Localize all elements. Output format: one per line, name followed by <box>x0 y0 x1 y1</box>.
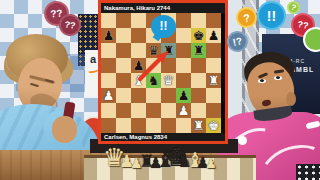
square-d4: ♞ <box>146 73 161 88</box>
brilliant-move-bubble: !! <box>151 15 176 38</box>
square-g4 <box>191 73 206 88</box>
square-e5 <box>161 58 176 73</box>
square-d1 <box>146 118 161 133</box>
overlay-scroll-strip <box>221 13 225 133</box>
square-h2 <box>206 103 221 118</box>
black-queen-d6: ♛ <box>146 43 161 58</box>
nakamura-ear <box>286 92 296 106</box>
square-g2 <box>191 103 206 118</box>
white-king-h1: ♚ <box>206 118 221 133</box>
square-a3: ♟ <box>101 88 116 103</box>
black-pawn-c5: ♟ <box>131 58 146 73</box>
square-b7 <box>116 28 131 43</box>
white-pawn-f2: ♟ <box>176 103 191 118</box>
square-f8 <box>176 13 191 28</box>
white-player-label: Carlsen, Magnus 2834 <box>101 133 225 141</box>
black-rook-g6: ♜ <box>191 43 206 58</box>
square-b5 <box>116 58 131 73</box>
diagram-board-wrap: ♟♚♟♛♜♜♟♝♞♛♜♟♟♟♜♚ !! <box>101 13 225 133</box>
square-h7: ♟ <box>206 28 221 43</box>
square-b8 <box>116 13 131 28</box>
square-e3 <box>161 88 176 103</box>
square-a6 <box>101 43 116 58</box>
carlsen-hand <box>52 116 77 143</box>
square-g1: ♜ <box>191 118 206 133</box>
square-c2 <box>131 103 146 118</box>
black-knight-d4: ♞ <box>146 73 161 88</box>
square-c6 <box>131 43 146 58</box>
square-c8 <box>131 13 146 28</box>
black-player-label: Nakamura, Hikaru 2744 <box>101 3 225 13</box>
black-pawn-f3: ♟ <box>176 88 191 103</box>
square-d3 <box>146 88 161 103</box>
square-a7: ♟ <box>101 28 116 43</box>
square-h8 <box>206 13 221 28</box>
square-e2 <box>161 103 176 118</box>
jersey-chest-logo <box>238 136 247 145</box>
square-b6 <box>116 43 131 58</box>
square-g3 <box>191 88 206 103</box>
black-rook-e6: ♜ <box>161 43 176 58</box>
square-d5 <box>146 58 161 73</box>
square-f5 <box>176 58 191 73</box>
square-c3 <box>131 88 146 103</box>
square-a4 <box>101 73 116 88</box>
square-a1 <box>101 118 116 133</box>
square-c1 <box>131 118 146 133</box>
square-h6 <box>206 43 221 58</box>
square-a2 <box>101 103 116 118</box>
square-f6 <box>176 43 191 58</box>
analysis-board-overlay: Nakamura, Hikaru 2744 ♟♚♟♛♜♜♟♝♞♛♜♟♟♟♜♚ !… <box>98 0 228 144</box>
captured-pieces-tray <box>296 164 320 180</box>
square-h5 <box>206 58 221 73</box>
double-exclam-badge-blue: !! <box>257 1 286 30</box>
square-e1 <box>161 118 176 133</box>
white-rook-h4: ♜ <box>206 73 221 88</box>
black-pawn-a7: ♟ <box>101 28 116 43</box>
square-h3 <box>206 88 221 103</box>
thumbnail-stage: TECH mahindra a boat A M-RC AMBL <box>0 0 320 180</box>
square-d2 <box>146 103 161 118</box>
square-d6: ♛ <box>146 43 161 58</box>
black-pawn-h7: ♟ <box>206 28 221 43</box>
square-b4 <box>116 73 131 88</box>
square-g7: ♚ <box>191 28 206 43</box>
physical-chessboard <box>84 155 256 180</box>
square-h4: ♜ <box>206 73 221 88</box>
square-g5 <box>191 58 206 73</box>
square-c7 <box>131 28 146 43</box>
square-f3: ♟ <box>176 88 191 103</box>
square-f2: ♟ <box>176 103 191 118</box>
square-a8 <box>101 13 116 28</box>
square-f1 <box>176 118 191 133</box>
square-c4: ♝ <box>131 73 146 88</box>
square-c5: ♟ <box>131 58 146 73</box>
square-h1: ♚ <box>206 118 221 133</box>
square-g6: ♜ <box>191 43 206 58</box>
white-pawn-a3: ♟ <box>101 88 116 103</box>
white-rook-g1: ♜ <box>191 118 206 133</box>
white-bishop-c4: ♝ <box>131 73 146 88</box>
square-g8 <box>191 13 206 28</box>
square-f7 <box>176 28 191 43</box>
square-e4: ♛ <box>161 73 176 88</box>
nakamura-eye <box>274 76 282 80</box>
white-queen-e4: ♛ <box>161 73 176 88</box>
square-b1 <box>116 118 131 133</box>
square-f4 <box>176 73 191 88</box>
square-e6: ♜ <box>161 43 176 58</box>
nakamura-eye <box>258 79 266 83</box>
square-a5 <box>101 58 116 73</box>
square-b3 <box>116 88 131 103</box>
black-king-g7: ♚ <box>191 28 206 43</box>
square-b2 <box>116 103 131 118</box>
